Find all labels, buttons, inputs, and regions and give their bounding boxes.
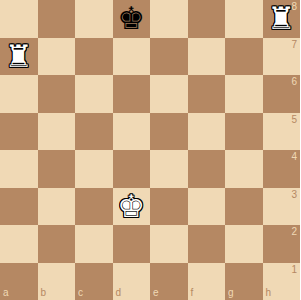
square-f2[interactable]	[188, 225, 226, 263]
square-a6[interactable]	[0, 75, 38, 113]
square-b3[interactable]	[38, 188, 76, 226]
square-c5[interactable]	[75, 113, 113, 151]
rank-label-3: 3	[291, 190, 297, 200]
square-a1[interactable]: a	[0, 263, 38, 300]
file-label-b: b	[41, 288, 47, 298]
square-f8[interactable]	[188, 0, 226, 38]
square-b8[interactable]	[38, 0, 76, 38]
square-c8[interactable]	[75, 0, 113, 38]
square-d6[interactable]	[113, 75, 151, 113]
rank-label-7: 7	[291, 40, 297, 50]
square-b4[interactable]	[38, 150, 76, 188]
square-c7[interactable]	[75, 38, 113, 76]
square-d5[interactable]	[113, 113, 151, 151]
square-g7[interactable]	[225, 38, 263, 76]
square-h2[interactable]: 2	[263, 225, 301, 263]
file-label-f: f	[191, 288, 194, 298]
square-e5[interactable]	[150, 113, 188, 151]
file-label-d: d	[116, 288, 122, 298]
square-h7[interactable]: 7	[263, 38, 301, 76]
piece-black-king[interactable]: ♚	[117, 3, 145, 34]
square-e7[interactable]	[150, 38, 188, 76]
piece-white-rook[interactable]: ♜	[267, 3, 295, 34]
square-f7[interactable]	[188, 38, 226, 76]
square-h8[interactable]: ♜8	[263, 0, 301, 38]
piece-white-rook[interactable]: ♜	[5, 41, 33, 72]
file-label-h: h	[266, 288, 272, 298]
file-label-g: g	[228, 288, 234, 298]
square-e8[interactable]	[150, 0, 188, 38]
square-c2[interactable]	[75, 225, 113, 263]
square-b5[interactable]	[38, 113, 76, 151]
square-c6[interactable]	[75, 75, 113, 113]
square-d1[interactable]: d	[113, 263, 151, 300]
square-b2[interactable]	[38, 225, 76, 263]
square-c3[interactable]	[75, 188, 113, 226]
square-d3[interactable]: ♚	[113, 188, 151, 226]
rank-label-4: 4	[291, 152, 297, 162]
square-h5[interactable]: 5	[263, 113, 301, 151]
square-g6[interactable]	[225, 75, 263, 113]
square-a8[interactable]	[0, 0, 38, 38]
square-e6[interactable]	[150, 75, 188, 113]
square-a2[interactable]	[0, 225, 38, 263]
square-h3[interactable]: 3	[263, 188, 301, 226]
square-g4[interactable]	[225, 150, 263, 188]
square-c4[interactable]	[75, 150, 113, 188]
file-label-c: c	[78, 288, 83, 298]
square-f5[interactable]	[188, 113, 226, 151]
square-d2[interactable]	[113, 225, 151, 263]
square-f6[interactable]	[188, 75, 226, 113]
square-h1[interactable]: 1h	[263, 263, 301, 300]
rank-label-2: 2	[291, 227, 297, 237]
square-f3[interactable]	[188, 188, 226, 226]
square-d4[interactable]	[113, 150, 151, 188]
square-f4[interactable]	[188, 150, 226, 188]
square-h4[interactable]: 4	[263, 150, 301, 188]
square-a5[interactable]	[0, 113, 38, 151]
file-label-e: e	[153, 288, 159, 298]
square-b6[interactable]	[38, 75, 76, 113]
square-e1[interactable]: e	[150, 263, 188, 300]
square-a4[interactable]	[0, 150, 38, 188]
square-d8[interactable]: ♚	[113, 0, 151, 38]
chess-board: ♚♜8♜7654♚32abcdefg1h	[0, 0, 300, 300]
piece-white-king[interactable]: ♚	[117, 191, 145, 222]
square-g5[interactable]	[225, 113, 263, 151]
square-f1[interactable]: f	[188, 263, 226, 300]
square-g8[interactable]	[225, 0, 263, 38]
square-b1[interactable]: b	[38, 263, 76, 300]
square-d7[interactable]	[113, 38, 151, 76]
rank-label-1: 1	[291, 265, 297, 275]
square-g3[interactable]	[225, 188, 263, 226]
square-a3[interactable]	[0, 188, 38, 226]
square-e4[interactable]	[150, 150, 188, 188]
file-label-a: a	[3, 288, 9, 298]
square-g2[interactable]	[225, 225, 263, 263]
square-e3[interactable]	[150, 188, 188, 226]
square-h6[interactable]: 6	[263, 75, 301, 113]
square-e2[interactable]	[150, 225, 188, 263]
rank-label-5: 5	[291, 115, 297, 125]
square-b7[interactable]	[38, 38, 76, 76]
rank-label-6: 6	[291, 77, 297, 87]
square-c1[interactable]: c	[75, 263, 113, 300]
square-a7[interactable]: ♜	[0, 38, 38, 76]
square-g1[interactable]: g	[225, 263, 263, 300]
